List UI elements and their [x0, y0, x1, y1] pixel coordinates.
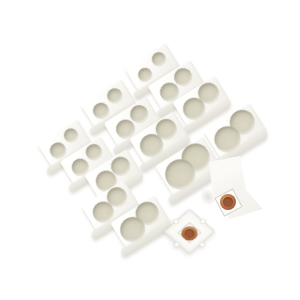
locking-notch: [172, 240, 180, 247]
penny-coin: [220, 194, 236, 210]
locking-notch: [198, 240, 206, 247]
locking-notch: [172, 217, 180, 224]
scene: [0, 0, 300, 300]
penny-detail: [223, 197, 233, 207]
penny-detail: [182, 226, 196, 238]
penny-flip-flat: [161, 206, 217, 256]
flip-diamond-card: [163, 208, 215, 254]
locking-notch: [198, 217, 206, 224]
penny-coin: [178, 222, 201, 242]
